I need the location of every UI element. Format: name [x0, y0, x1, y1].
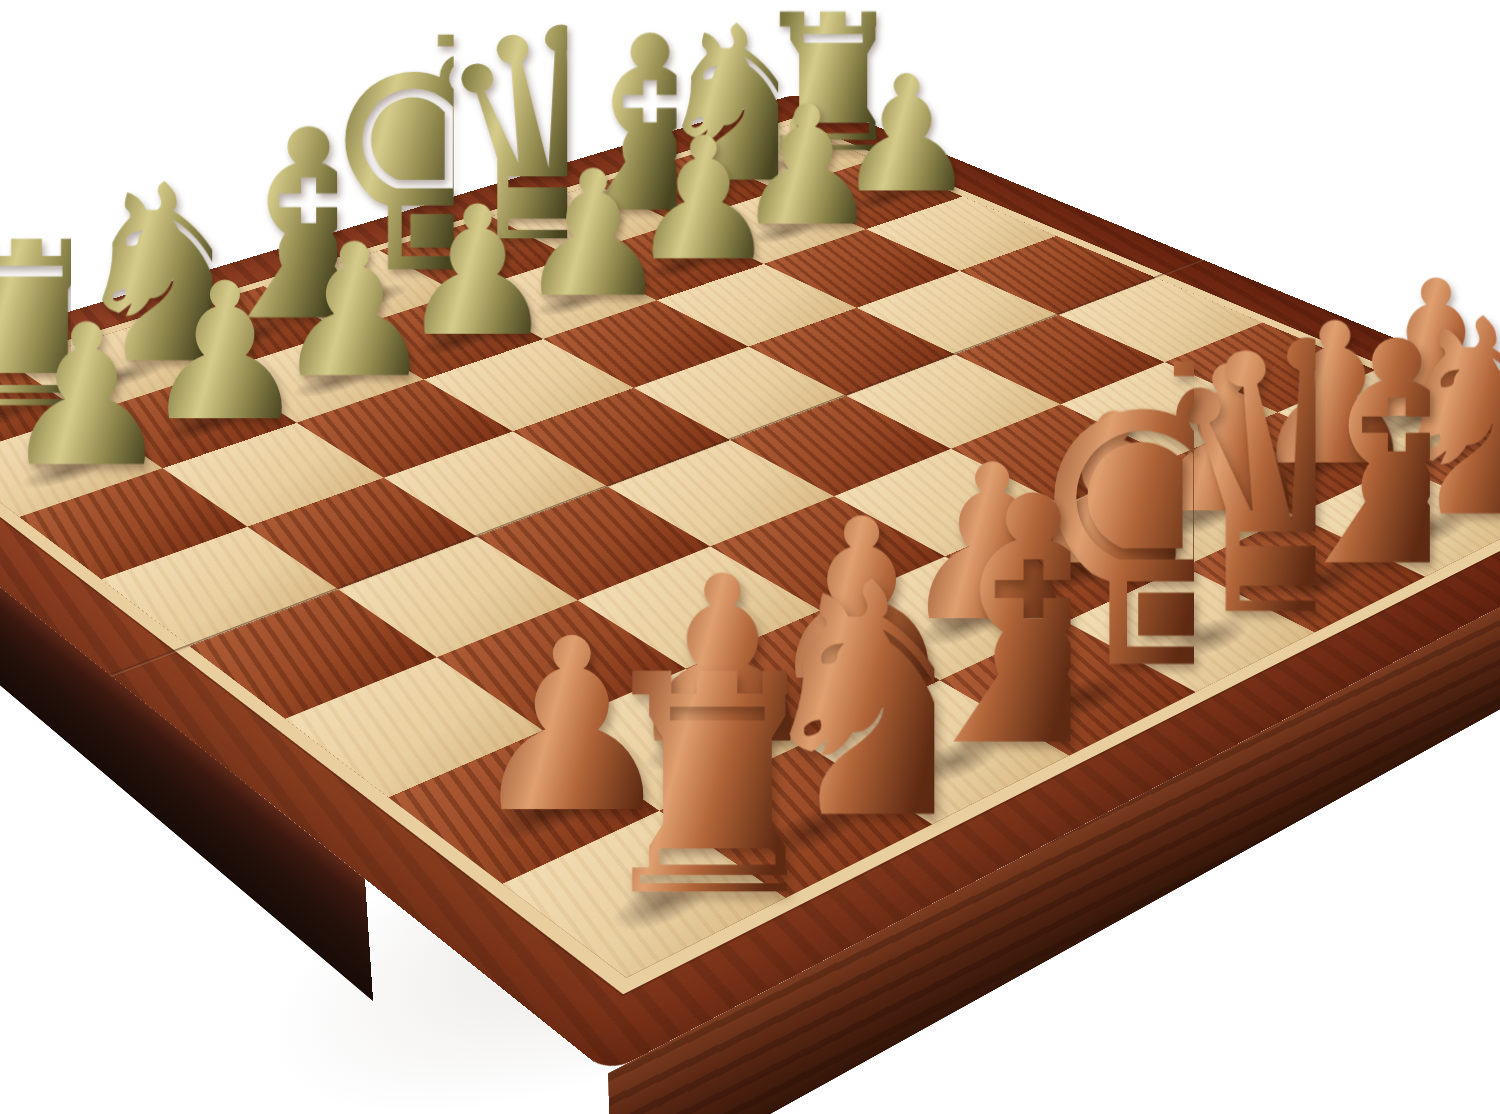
- piece-black-pawn[interactable]: ♟: [0, 299, 159, 494]
- piece-white-rook[interactable]: ♜: [582, 636, 786, 938]
- scene: ♜♞♝♚♛♝♞♜♟♟♟♟♟♟♟♟♟♟♟♟♟♟♟♟♜♞♝♚♛♝♞♜: [0, 0, 1500, 1114]
